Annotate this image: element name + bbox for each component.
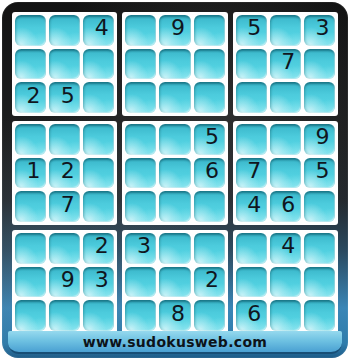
cell-r2c1[interactable] <box>15 49 46 80</box>
cell-r7c1[interactable] <box>15 233 46 264</box>
cell-r8c2[interactable]: 9 <box>49 267 80 298</box>
cell-r7c9[interactable] <box>304 233 335 264</box>
cell-value: 4 <box>247 194 261 216</box>
box-2: 9 <box>122 12 227 116</box>
cell-r1c3[interactable]: 4 <box>83 15 114 46</box>
cell-r7c7[interactable] <box>236 233 267 264</box>
cell-r8c8[interactable] <box>270 267 301 298</box>
cell-r4c3[interactable] <box>83 124 114 155</box>
cell-r8c6[interactable]: 2 <box>194 267 225 298</box>
cell-r1c2[interactable] <box>49 15 80 46</box>
cell-value: 4 <box>95 17 109 39</box>
cell-value: 6 <box>205 160 219 182</box>
cell-r8c7[interactable] <box>236 267 267 298</box>
cell-r5c8[interactable] <box>270 158 301 189</box>
cell-r5c6[interactable]: 6 <box>194 158 225 189</box>
cell-r5c5[interactable] <box>159 158 190 189</box>
cell-r6c5[interactable] <box>159 191 190 222</box>
cell-r9c2[interactable] <box>49 300 80 331</box>
site-url-link[interactable]: www.sudokusweb.com <box>83 334 267 350</box>
cell-r3c3[interactable] <box>83 82 114 113</box>
cell-r9c3[interactable] <box>83 300 114 331</box>
cell-value: 3 <box>137 235 151 257</box>
cell-r2c4[interactable] <box>125 49 156 80</box>
cell-r4c7[interactable] <box>236 124 267 155</box>
cell-r3c5[interactable] <box>159 82 190 113</box>
cell-value: 3 <box>95 269 109 291</box>
cell-r6c3[interactable] <box>83 191 114 222</box>
cell-r5c7[interactable]: 7 <box>236 158 267 189</box>
cell-r7c8[interactable]: 4 <box>270 233 301 264</box>
cell-r6c8[interactable]: 6 <box>270 191 301 222</box>
cell-value: 7 <box>247 160 261 182</box>
footer-strip: www.sudokusweb.com <box>8 331 342 354</box>
box-5: 56 <box>122 121 227 225</box>
cell-r7c5[interactable] <box>159 233 190 264</box>
cell-r9c9[interactable] <box>304 300 335 331</box>
cell-r9c6[interactable] <box>194 300 225 331</box>
sudoku-board: 4259537127569754629332846 <box>12 12 338 334</box>
cell-r6c2[interactable]: 7 <box>49 191 80 222</box>
cell-r1c6[interactable] <box>194 15 225 46</box>
cell-value: 7 <box>281 51 295 73</box>
cell-r2c9[interactable] <box>304 49 335 80</box>
cell-value: 5 <box>61 85 75 107</box>
cell-value: 5 <box>205 126 219 148</box>
cell-r6c9[interactable] <box>304 191 335 222</box>
cell-r9c8[interactable] <box>270 300 301 331</box>
cell-r1c1[interactable] <box>15 15 46 46</box>
cell-value: 2 <box>205 269 219 291</box>
cell-r8c4[interactable] <box>125 267 156 298</box>
cell-r4c1[interactable] <box>15 124 46 155</box>
cell-r7c3[interactable]: 2 <box>83 233 114 264</box>
cell-value: 3 <box>315 17 329 39</box>
cell-r5c4[interactable] <box>125 158 156 189</box>
cell-value: 1 <box>27 160 41 182</box>
box-4: 127 <box>12 121 117 225</box>
cell-r6c6[interactable] <box>194 191 225 222</box>
cell-r1c8[interactable] <box>270 15 301 46</box>
cell-r4c5[interactable] <box>159 124 190 155</box>
cell-r2c8[interactable]: 7 <box>270 49 301 80</box>
box-3: 537 <box>233 12 338 116</box>
cell-value: 9 <box>315 126 329 148</box>
cell-r3c4[interactable] <box>125 82 156 113</box>
cell-r9c7[interactable]: 6 <box>236 300 267 331</box>
cell-r8c1[interactable] <box>15 267 46 298</box>
cell-r3c2[interactable]: 5 <box>49 82 80 113</box>
sudoku-puzzle-image: 4259537127569754629332846 www.sudokusweb… <box>0 0 350 360</box>
cell-value: 9 <box>171 17 185 39</box>
box-8: 328 <box>122 230 227 334</box>
cell-r2c5[interactable] <box>159 49 190 80</box>
board-frame: 4259537127569754629332846 www.sudokusweb… <box>2 2 348 358</box>
cell-r2c3[interactable] <box>83 49 114 80</box>
cell-value: 2 <box>61 160 75 182</box>
cell-value: 8 <box>171 303 185 325</box>
cell-r5c3[interactable] <box>83 158 114 189</box>
box-6: 97546 <box>233 121 338 225</box>
cell-value: 5 <box>247 17 261 39</box>
cell-r6c7[interactable]: 4 <box>236 191 267 222</box>
cell-r7c2[interactable] <box>49 233 80 264</box>
cell-r1c4[interactable] <box>125 15 156 46</box>
cell-r3c9[interactable] <box>304 82 335 113</box>
cell-value: 7 <box>61 194 75 216</box>
box-1: 425 <box>12 12 117 116</box>
cell-r3c1[interactable]: 2 <box>15 82 46 113</box>
cell-r3c7[interactable] <box>236 82 267 113</box>
cell-r4c9[interactable]: 9 <box>304 124 335 155</box>
cell-r3c6[interactable] <box>194 82 225 113</box>
cell-r4c8[interactable] <box>270 124 301 155</box>
box-7: 293 <box>12 230 117 334</box>
cell-r7c6[interactable] <box>194 233 225 264</box>
cell-r1c7[interactable]: 5 <box>236 15 267 46</box>
cell-r5c1[interactable]: 1 <box>15 158 46 189</box>
cell-r9c5[interactable]: 8 <box>159 300 190 331</box>
cell-r8c5[interactable] <box>159 267 190 298</box>
cell-r4c4[interactable] <box>125 124 156 155</box>
cell-value: 6 <box>247 303 261 325</box>
cell-r5c2[interactable]: 2 <box>49 158 80 189</box>
cell-value: 5 <box>315 160 329 182</box>
cell-r8c3[interactable]: 3 <box>83 267 114 298</box>
cell-value: 2 <box>27 85 41 107</box>
cell-r5c9[interactable]: 5 <box>304 158 335 189</box>
cell-r7c4[interactable]: 3 <box>125 233 156 264</box>
cell-value: 6 <box>281 194 295 216</box>
cell-r2c7[interactable] <box>236 49 267 80</box>
cell-r9c1[interactable] <box>15 300 46 331</box>
cell-r3c8[interactable] <box>270 82 301 113</box>
cell-value: 2 <box>95 235 109 257</box>
cell-r1c5[interactable]: 9 <box>159 15 190 46</box>
cell-value: 4 <box>281 235 295 257</box>
cell-r6c1[interactable] <box>15 191 46 222</box>
cell-r9c4[interactable] <box>125 300 156 331</box>
cell-r2c6[interactable] <box>194 49 225 80</box>
cell-r1c9[interactable]: 3 <box>304 15 335 46</box>
box-9: 46 <box>233 230 338 334</box>
cell-r6c4[interactable] <box>125 191 156 222</box>
cell-r2c2[interactable] <box>49 49 80 80</box>
cell-r4c6[interactable]: 5 <box>194 124 225 155</box>
cell-value: 9 <box>61 269 75 291</box>
cell-r8c9[interactable] <box>304 267 335 298</box>
cell-r4c2[interactable] <box>49 124 80 155</box>
